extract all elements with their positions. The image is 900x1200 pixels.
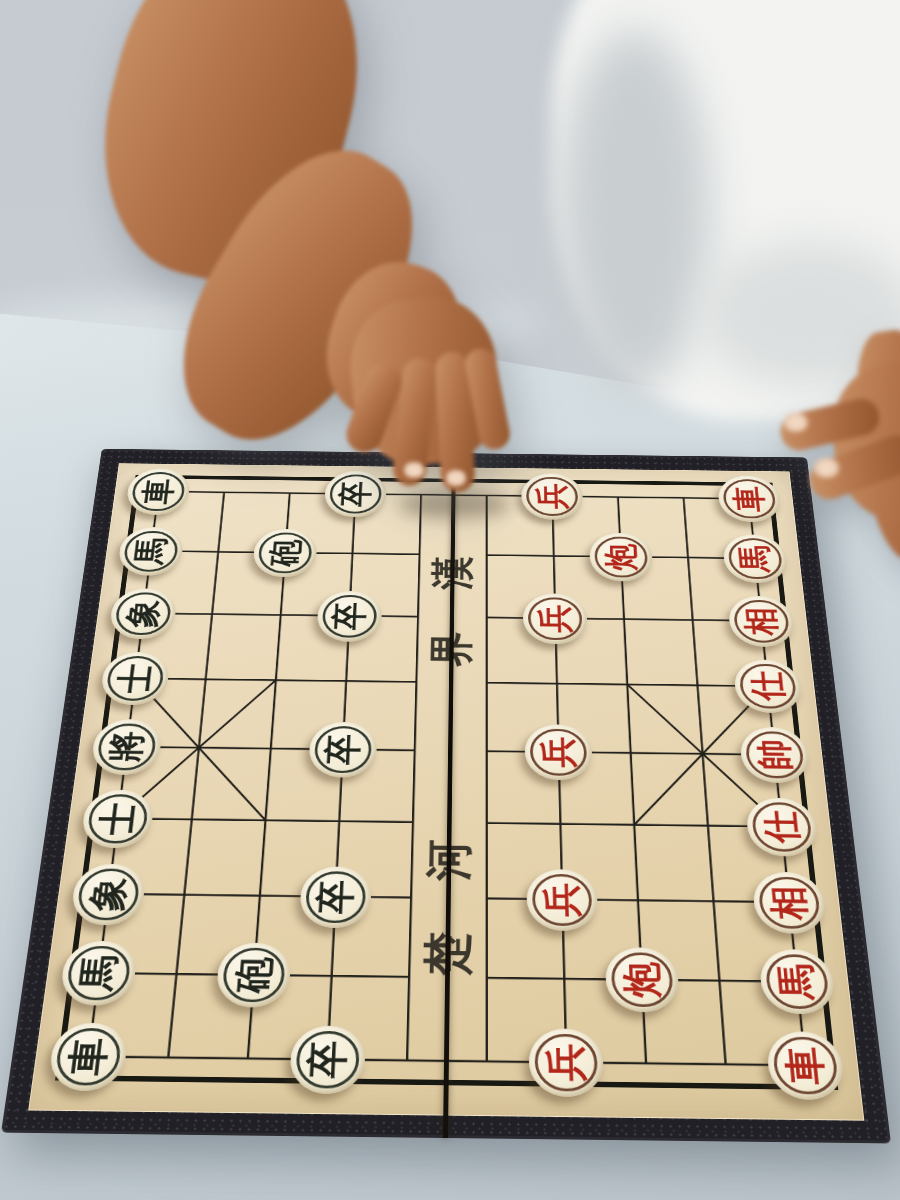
second-hand-fingernail-2 <box>814 458 839 478</box>
second-hand-fingernail-1 <box>784 413 808 432</box>
second-child-hand <box>0 0 900 1200</box>
photo-scene: 漢 界 河 楚 車馬象士將士象馬車砲砲卒卒卒卒卒兵兵兵兵兵炮炮車馬相仕帥仕相馬車 <box>0 0 900 1200</box>
